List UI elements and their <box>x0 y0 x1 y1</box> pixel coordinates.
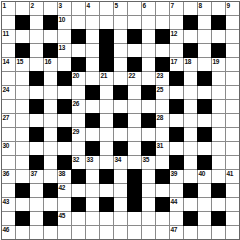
cell-r12c7[interactable]: 33 <box>86 156 99 169</box>
cell-r4c6[interactable] <box>72 44 85 57</box>
cell-r3c9[interactable] <box>114 30 127 43</box>
cell-r10c14[interactable] <box>184 128 197 141</box>
cell-r17c3[interactable] <box>30 226 43 239</box>
cell-r4c11[interactable] <box>142 44 155 57</box>
cell-r8c10[interactable] <box>128 100 141 113</box>
cell-r10c1[interactable] <box>2 128 15 141</box>
cell-r5c17[interactable] <box>226 58 239 71</box>
clue-number: 23 <box>157 72 164 79</box>
cell-r7c17[interactable] <box>226 86 239 99</box>
block-cell-r11c7 <box>86 142 99 155</box>
cell-r15c13[interactable]: 44 <box>170 198 183 211</box>
cell-r16c15[interactable] <box>198 212 211 225</box>
cell-r2c13[interactable] <box>170 16 183 29</box>
cell-r6c10[interactable]: 22 <box>128 72 141 85</box>
cell-r17c13[interactable]: 47 <box>170 226 183 239</box>
block-cell-r12c15 <box>198 156 211 169</box>
cell-r2c5[interactable]: 10 <box>58 16 71 29</box>
block-cell-r3c6 <box>72 30 85 43</box>
cell-r16c6[interactable] <box>72 212 85 225</box>
cell-r17c9[interactable] <box>114 226 127 239</box>
cell-r7c13[interactable] <box>170 86 183 99</box>
block-cell-r11c11 <box>142 142 155 155</box>
cell-r4c13[interactable] <box>170 44 183 57</box>
cell-r2c8[interactable] <box>100 16 113 29</box>
block-cell-r5c12 <box>156 58 169 71</box>
cell-r12c11[interactable]: 35 <box>142 156 155 169</box>
cell-r3c13[interactable]: 12 <box>170 30 183 43</box>
clue-number: 5 <box>115 2 118 9</box>
cell-r10c10[interactable] <box>128 128 141 141</box>
cell-r7c6[interactable] <box>72 86 85 99</box>
block-cell-r13c6 <box>72 170 85 183</box>
clue-number: 8 <box>199 2 202 9</box>
cell-r5c13[interactable]: 17 <box>170 58 183 71</box>
cell-r8c17[interactable] <box>226 100 239 113</box>
cell-r6c14[interactable] <box>184 72 197 85</box>
cell-r5c4[interactable]: 16 <box>44 58 57 71</box>
clue-number: 27 <box>3 114 10 121</box>
cell-r2c7[interactable] <box>86 16 99 29</box>
cell-r14c12[interactable] <box>156 184 169 197</box>
cell-r8c16[interactable] <box>212 100 225 113</box>
cell-r11c13[interactable] <box>170 142 183 155</box>
cell-r1c16[interactable] <box>212 2 225 15</box>
cell-r11c14[interactable] <box>184 142 197 155</box>
clue-number: 38 <box>59 170 66 177</box>
cell-r11c16[interactable] <box>212 142 225 155</box>
clue-number: 31 <box>157 142 164 149</box>
cell-r11c6[interactable] <box>72 142 85 155</box>
clue-number: 15 <box>17 58 24 65</box>
clue-number: 29 <box>73 128 80 135</box>
cell-r7c4[interactable] <box>44 86 57 99</box>
cell-r12c12[interactable] <box>156 156 169 169</box>
cell-r13c5[interactable]: 38 <box>58 170 71 183</box>
cell-r15c2[interactable] <box>16 198 29 211</box>
cell-r8c7[interactable] <box>86 100 99 113</box>
cell-r3c15[interactable] <box>198 30 211 43</box>
cell-r6c12[interactable]: 23 <box>156 72 169 85</box>
cell-r3c5[interactable] <box>58 30 71 43</box>
cell-r11c15[interactable] <box>198 142 211 155</box>
cell-r11c10[interactable] <box>128 142 141 155</box>
cell-r7c5[interactable] <box>58 86 71 99</box>
cell-r3c16[interactable] <box>212 30 225 43</box>
cell-r7c8[interactable] <box>100 86 113 99</box>
block-cell-r15c8 <box>100 198 113 211</box>
cell-r9c2[interactable] <box>16 114 29 127</box>
cell-r4c12[interactable] <box>156 44 169 57</box>
cell-r5c2[interactable]: 15 <box>16 58 29 71</box>
cell-r11c12[interactable]: 31 <box>156 142 169 155</box>
cell-r16c3[interactable] <box>30 212 43 225</box>
clue-number: 44 <box>171 198 178 205</box>
cell-r5c3[interactable] <box>30 58 43 71</box>
cell-r12c1[interactable] <box>2 156 15 169</box>
cell-r14c13[interactable] <box>170 184 183 197</box>
cell-r8c9[interactable] <box>114 100 127 113</box>
cell-r16c1[interactable] <box>2 212 15 225</box>
cell-r6c11[interactable] <box>142 72 155 85</box>
cell-r5c15[interactable] <box>198 58 211 71</box>
cell-r10c6[interactable]: 29 <box>72 128 85 141</box>
cell-r1c2[interactable] <box>16 2 29 15</box>
cell-r3c7[interactable] <box>86 30 99 43</box>
cell-r9c5[interactable] <box>58 114 71 127</box>
cell-r1c4[interactable] <box>44 2 57 15</box>
cell-r1c14[interactable] <box>184 2 197 15</box>
cell-r15c3[interactable] <box>30 198 43 211</box>
clue-number: 18 <box>185 58 192 65</box>
cell-r9c14[interactable] <box>184 114 197 127</box>
cell-r2c11[interactable] <box>142 16 155 29</box>
cell-r1c3[interactable]: 2 <box>30 2 43 15</box>
cell-r10c9[interactable] <box>114 128 127 141</box>
block-cell-r15c6 <box>72 198 85 211</box>
cell-r10c11[interactable] <box>142 128 155 141</box>
block-cell-r9c9 <box>114 114 127 127</box>
cell-r14c7[interactable] <box>86 184 99 197</box>
clue-number: 19 <box>213 58 220 65</box>
cell-r17c5[interactable] <box>58 226 71 239</box>
cell-r9c1[interactable]: 27 <box>2 114 15 127</box>
cell-r11c1[interactable]: 30 <box>2 142 15 155</box>
clue-number: 34 <box>115 156 122 163</box>
cell-r15c7[interactable] <box>86 198 99 211</box>
cell-r10c7[interactable] <box>86 128 99 141</box>
block-cell-r4c14 <box>184 44 197 57</box>
cell-r4c1[interactable] <box>2 44 15 57</box>
cell-r1c6[interactable] <box>72 2 85 15</box>
cell-r11c3[interactable] <box>30 142 43 155</box>
cell-r3c11[interactable] <box>142 30 155 43</box>
block-cell-r2c4 <box>44 16 57 29</box>
cell-r1c7[interactable]: 4 <box>86 2 99 15</box>
cell-r13c9[interactable] <box>114 170 127 183</box>
block-cell-r14c10 <box>128 184 141 197</box>
cell-r17c14[interactable] <box>184 226 197 239</box>
cell-r4c17[interactable] <box>226 44 239 57</box>
cell-r8c1[interactable] <box>2 100 15 113</box>
cell-r14c3[interactable] <box>30 184 43 197</box>
cell-r3c2[interactable] <box>16 30 29 43</box>
cell-r1c5[interactable]: 3 <box>58 2 71 15</box>
cell-r12c6[interactable]: 32 <box>72 156 85 169</box>
cell-r8c11[interactable] <box>142 100 155 113</box>
clue-number: 3 <box>59 2 62 9</box>
cell-r13c1[interactable]: 36 <box>2 170 15 183</box>
cell-r12c16[interactable] <box>212 156 225 169</box>
cell-r8c2[interactable] <box>16 100 29 113</box>
block-cell-r6c3 <box>30 72 43 85</box>
block-cell-r14c2 <box>16 184 29 197</box>
cell-r9c15[interactable] <box>198 114 211 127</box>
cell-r5c1[interactable]: 14 <box>2 58 15 71</box>
cell-r12c14[interactable] <box>184 156 197 169</box>
cell-r15c9[interactable] <box>114 198 127 211</box>
cell-r14c11[interactable] <box>142 184 155 197</box>
block-cell-r12c13 <box>170 156 183 169</box>
cell-r16c17[interactable] <box>226 212 239 225</box>
cell-r17c2[interactable] <box>16 226 29 239</box>
cell-r10c12[interactable] <box>156 128 169 141</box>
cell-r13c4[interactable] <box>44 170 57 183</box>
cell-r17c4[interactable] <box>44 226 57 239</box>
clue-number: 45 <box>59 212 66 219</box>
cell-r13c17[interactable]: 41 <box>226 170 239 183</box>
cell-r6c4[interactable] <box>44 72 57 85</box>
clue-number: 28 <box>157 114 164 121</box>
block-cell-r7c9 <box>114 86 127 99</box>
cell-r17c12[interactable] <box>156 226 169 239</box>
clue-number: 32 <box>73 156 80 163</box>
clue-number: 40 <box>199 170 206 177</box>
cell-r13c3[interactable]: 37 <box>30 170 43 183</box>
block-cell-r7c7 <box>86 86 99 99</box>
cell-r16c12[interactable] <box>156 212 169 225</box>
cell-r16c10[interactable] <box>128 212 141 225</box>
cell-r16c5[interactable]: 45 <box>58 212 71 225</box>
block-cell-r6c13 <box>170 72 183 85</box>
cell-r4c5[interactable]: 13 <box>58 44 71 57</box>
block-cell-r12c5 <box>58 156 71 169</box>
clue-number: 36 <box>3 170 10 177</box>
cell-r9c10[interactable] <box>128 114 141 127</box>
cell-r16c7[interactable] <box>86 212 99 225</box>
block-cell-r4c4 <box>44 44 57 57</box>
cell-r14c1[interactable] <box>2 184 15 197</box>
cell-r13c11[interactable] <box>142 170 155 183</box>
cell-r11c17[interactable] <box>226 142 239 155</box>
cell-r15c16[interactable] <box>212 198 225 211</box>
cell-r10c17[interactable] <box>226 128 239 141</box>
block-cell-r15c12 <box>156 198 169 211</box>
cell-r7c3[interactable] <box>30 86 43 99</box>
cell-r12c2[interactable] <box>16 156 29 169</box>
cell-r9c8[interactable] <box>100 114 113 127</box>
cell-r1c13[interactable]: 7 <box>170 2 183 15</box>
cell-r1c17[interactable]: 9 <box>226 2 239 15</box>
cell-r8c8[interactable] <box>100 100 113 113</box>
clue-number: 26 <box>73 100 80 107</box>
cell-r14c17[interactable] <box>226 184 239 197</box>
cell-r3c14[interactable] <box>184 30 197 43</box>
cell-r5c7[interactable] <box>86 58 99 71</box>
cell-r13c15[interactable]: 40 <box>198 170 211 183</box>
block-cell-r13c8 <box>100 170 113 183</box>
cell-r6c2[interactable] <box>16 72 29 85</box>
clue-number: 43 <box>3 198 10 205</box>
cell-r3c4[interactable] <box>44 30 57 43</box>
block-cell-r7c11 <box>142 86 155 99</box>
cell-r17c17[interactable] <box>226 226 239 239</box>
cell-r11c5[interactable] <box>58 142 71 155</box>
cell-r7c12[interactable]: 25 <box>156 86 169 99</box>
cell-r14c6[interactable] <box>72 184 85 197</box>
cell-r5c14[interactable]: 18 <box>184 58 197 71</box>
clue-number: 47 <box>171 226 178 233</box>
cell-r12c9[interactable]: 34 <box>114 156 127 169</box>
cell-r12c10[interactable] <box>128 156 141 169</box>
block-cell-r5c10 <box>128 58 141 71</box>
block-cell-r16c14 <box>184 212 197 225</box>
cell-r2c3[interactable] <box>30 16 43 29</box>
cell-r6c1[interactable] <box>2 72 15 85</box>
cell-r9c4[interactable] <box>44 114 57 127</box>
cell-r2c12[interactable] <box>156 16 169 29</box>
cell-r12c8[interactable] <box>100 156 113 169</box>
cell-r15c15[interactable] <box>198 198 211 211</box>
cell-r9c13[interactable] <box>170 114 183 127</box>
cell-r7c10[interactable] <box>128 86 141 99</box>
cell-r17c15[interactable] <box>198 226 211 239</box>
block-cell-r2c14 <box>184 16 197 29</box>
cell-r3c3[interactable] <box>30 30 43 43</box>
block-cell-r10c3 <box>30 128 43 141</box>
block-cell-r8c15 <box>198 100 211 113</box>
cell-r7c2[interactable] <box>16 86 29 99</box>
cell-r2c10[interactable] <box>128 16 141 29</box>
cell-r5c11[interactable] <box>142 58 155 71</box>
cell-r10c4[interactable] <box>44 128 57 141</box>
cell-r15c11[interactable] <box>142 198 155 211</box>
cell-r11c8[interactable] <box>100 142 113 155</box>
cell-r1c9[interactable]: 5 <box>114 2 127 15</box>
clue-number: 25 <box>157 86 164 93</box>
cell-r16c9[interactable] <box>114 212 127 225</box>
cell-r14c15[interactable] <box>198 184 211 197</box>
cell-r11c4[interactable] <box>44 142 57 155</box>
cell-r15c1[interactable]: 43 <box>2 198 15 211</box>
cell-r17c7[interactable] <box>86 226 99 239</box>
block-cell-r13c12 <box>156 170 169 183</box>
cell-r6c6[interactable]: 20 <box>72 72 85 85</box>
clue-number: 10 <box>59 16 66 23</box>
clue-number: 24 <box>3 86 10 93</box>
cell-r7c15[interactable] <box>198 86 211 99</box>
block-cell-r10c5 <box>58 128 71 141</box>
cell-r3c1[interactable]: 11 <box>2 30 15 43</box>
cell-r4c3[interactable] <box>30 44 43 57</box>
cell-r6c8[interactable]: 21 <box>100 72 113 85</box>
cell-r15c5[interactable] <box>58 198 71 211</box>
cell-r10c2[interactable] <box>16 128 29 141</box>
cell-r16c13[interactable] <box>170 212 183 225</box>
block-cell-r8c5 <box>58 100 71 113</box>
cell-r9c3[interactable] <box>30 114 43 127</box>
clue-number: 4 <box>87 2 90 9</box>
cell-r3c17[interactable] <box>226 30 239 43</box>
block-cell-r13c10 <box>128 170 141 183</box>
cell-r7c16[interactable] <box>212 86 225 99</box>
clue-number: 22 <box>129 72 136 79</box>
cell-r8c4[interactable] <box>44 100 57 113</box>
cell-r6c7[interactable] <box>86 72 99 85</box>
cell-r1c8[interactable] <box>100 2 113 15</box>
cell-r14c5[interactable]: 42 <box>58 184 71 197</box>
cell-r1c11[interactable]: 6 <box>142 2 155 15</box>
cell-r17c1[interactable]: 46 <box>2 226 15 239</box>
block-cell-r12c3 <box>30 156 43 169</box>
cell-r13c14[interactable] <box>184 170 197 183</box>
cell-r9c16[interactable] <box>212 114 225 127</box>
block-cell-r10c15 <box>198 128 211 141</box>
cell-r10c16[interactable] <box>212 128 225 141</box>
block-cell-r9c7 <box>86 114 99 127</box>
cell-r9c6[interactable] <box>72 114 85 127</box>
cell-r15c17[interactable] <box>226 198 239 211</box>
cell-r17c6[interactable] <box>72 226 85 239</box>
cell-r4c9[interactable] <box>114 44 127 57</box>
cell-r4c15[interactable] <box>198 44 211 57</box>
cell-r7c14[interactable] <box>184 86 197 99</box>
cell-r2c6[interactable] <box>72 16 85 29</box>
cell-r15c4[interactable] <box>44 198 57 211</box>
cell-r8c12[interactable] <box>156 100 169 113</box>
cell-r2c15[interactable] <box>198 16 211 29</box>
cell-r1c15[interactable]: 8 <box>198 2 211 15</box>
cell-r6c16[interactable] <box>212 72 225 85</box>
cell-r16c8[interactable] <box>100 212 113 225</box>
cell-r17c11[interactable] <box>142 226 155 239</box>
block-cell-r11c9 <box>114 142 127 155</box>
cell-r11c2[interactable] <box>16 142 29 155</box>
cell-r8c14[interactable] <box>184 100 197 113</box>
cell-r17c16[interactable] <box>212 226 225 239</box>
cell-r14c9[interactable] <box>114 184 127 197</box>
clue-number: 1 <box>3 2 6 9</box>
cell-r5c16[interactable]: 19 <box>212 58 225 71</box>
cell-r2c9[interactable] <box>114 16 127 29</box>
cell-r5c5[interactable] <box>58 58 71 71</box>
cell-r9c12[interactable]: 28 <box>156 114 169 127</box>
cell-r15c14[interactable] <box>184 198 197 211</box>
clue-number: 6 <box>143 2 146 9</box>
cell-r2c1[interactable] <box>2 16 15 29</box>
clue-number: 13 <box>59 44 66 51</box>
cell-r1c1[interactable]: 1 <box>2 2 15 15</box>
cell-r17c10[interactable] <box>128 226 141 239</box>
cell-r5c9[interactable] <box>114 58 127 71</box>
cell-r13c13[interactable]: 39 <box>170 170 183 183</box>
clue-number: 11 <box>3 30 9 37</box>
cell-r1c12[interactable] <box>156 2 169 15</box>
cell-r17c8[interactable] <box>100 226 113 239</box>
clue-number: 39 <box>171 170 178 177</box>
cell-r9c17[interactable] <box>226 114 239 127</box>
block-cell-r6c5 <box>58 72 71 85</box>
cell-r10c8[interactable] <box>100 128 113 141</box>
cell-r13c2[interactable] <box>16 170 29 183</box>
cell-r13c7[interactable] <box>86 170 99 183</box>
cell-r1c10[interactable] <box>128 2 141 15</box>
block-cell-r14c14 <box>184 184 197 197</box>
cell-r6c17[interactable] <box>226 72 239 85</box>
cell-r4c7[interactable] <box>86 44 99 57</box>
cell-r2c17[interactable] <box>226 16 239 29</box>
cell-r13c16[interactable] <box>212 170 225 183</box>
clue-number: 14 <box>3 58 10 65</box>
cell-r12c17[interactable] <box>226 156 239 169</box>
cell-r8c6[interactable]: 26 <box>72 100 85 113</box>
cell-r16c11[interactable] <box>142 212 155 225</box>
cell-r4c10[interactable] <box>128 44 141 57</box>
cell-r6c9[interactable] <box>114 72 127 85</box>
cell-r12c4[interactable] <box>44 156 57 169</box>
cell-r7c1[interactable]: 24 <box>2 86 15 99</box>
cell-r14c8[interactable] <box>100 184 113 197</box>
